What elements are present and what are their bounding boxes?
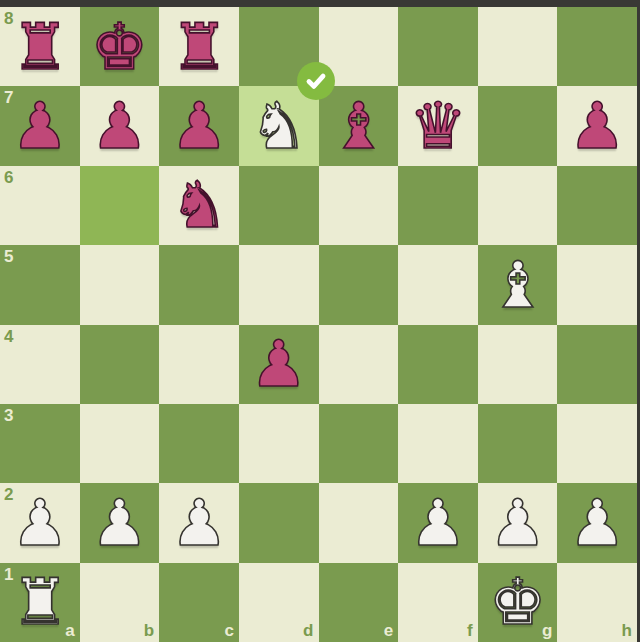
square-f2[interactable]: ♟ (398, 483, 478, 562)
square-e4[interactable] (319, 325, 399, 404)
square-c1[interactable]: c (159, 563, 239, 642)
square-h8[interactable] (557, 7, 637, 86)
square-f6[interactable] (398, 166, 478, 245)
square-b1[interactable]: b (80, 563, 160, 642)
square-g2[interactable]: ♟ (478, 483, 558, 562)
square-h3[interactable] (557, 404, 637, 483)
file-label-d: d (303, 622, 313, 639)
file-label-f: f (467, 622, 473, 639)
file-label-c: c (224, 622, 233, 639)
piece-black-rook[interactable]: ♜ (170, 15, 227, 79)
square-h1[interactable]: h (557, 563, 637, 642)
square-h6[interactable] (557, 166, 637, 245)
square-d3[interactable] (239, 404, 319, 483)
square-c4[interactable] (159, 325, 239, 404)
piece-white-pawn[interactable]: ♟ (170, 491, 227, 555)
square-d2[interactable] (239, 483, 319, 562)
piece-black-king[interactable]: ♚ (91, 15, 148, 79)
piece-black-knight[interactable]: ♞ (170, 173, 227, 237)
square-f7[interactable]: ♛ (398, 86, 478, 165)
piece-white-knight[interactable]: ♞ (250, 94, 307, 158)
piece-white-pawn[interactable]: ♟ (409, 491, 466, 555)
square-g8[interactable] (478, 7, 558, 86)
square-h5[interactable] (557, 245, 637, 324)
square-f5[interactable] (398, 245, 478, 324)
piece-white-pawn[interactable]: ♟ (569, 491, 626, 555)
square-b3[interactable] (80, 404, 160, 483)
rank-label-4: 4 (4, 328, 13, 345)
square-a1[interactable]: 1a♜ (0, 563, 80, 642)
chess-app-window: { "game": "chess", "position": { "fen": … (0, 0, 640, 642)
square-c2[interactable]: ♟ (159, 483, 239, 562)
square-e7[interactable]: ♝ (319, 86, 399, 165)
square-d6[interactable] (239, 166, 319, 245)
square-e2[interactable] (319, 483, 399, 562)
rank-label-3: 3 (4, 407, 13, 424)
rank-label-5: 5 (4, 248, 13, 265)
square-c5[interactable] (159, 245, 239, 324)
square-e6[interactable] (319, 166, 399, 245)
chess-board: 8♜♚♜7♟♟♟♞♝♛♟6♞5♝4♟32♟♟♟♟♟♟1a♜bcdefg♚h (0, 7, 637, 642)
square-e5[interactable] (319, 245, 399, 324)
square-d4[interactable]: ♟ (239, 325, 319, 404)
square-g4[interactable] (478, 325, 558, 404)
square-f8[interactable] (398, 7, 478, 86)
square-h2[interactable]: ♟ (557, 483, 637, 562)
square-b2[interactable]: ♟ (80, 483, 160, 562)
square-b6[interactable] (80, 166, 160, 245)
square-c7[interactable]: ♟ (159, 86, 239, 165)
piece-white-king[interactable]: ♚ (489, 570, 546, 634)
piece-black-bishop[interactable]: ♝ (330, 94, 387, 158)
square-c3[interactable] (159, 404, 239, 483)
piece-white-rook[interactable]: ♜ (11, 570, 68, 634)
square-h4[interactable] (557, 325, 637, 404)
square-a8[interactable]: 8♜ (0, 7, 80, 86)
piece-white-pawn[interactable]: ♟ (91, 491, 148, 555)
file-label-e: e (384, 622, 393, 639)
square-g7[interactable] (478, 86, 558, 165)
piece-black-pawn[interactable]: ♟ (170, 94, 227, 158)
piece-black-pawn[interactable]: ♟ (11, 94, 68, 158)
piece-black-pawn[interactable]: ♟ (250, 332, 307, 396)
square-b4[interactable] (80, 325, 160, 404)
piece-black-queen[interactable]: ♛ (409, 94, 466, 158)
square-b8[interactable]: ♚ (80, 7, 160, 86)
correct-move-checkmark-icon (297, 62, 335, 100)
square-a4[interactable]: 4 (0, 325, 80, 404)
square-a3[interactable]: 3 (0, 404, 80, 483)
piece-white-pawn[interactable]: ♟ (489, 491, 546, 555)
square-g1[interactable]: g♚ (478, 563, 558, 642)
square-f3[interactable] (398, 404, 478, 483)
piece-black-pawn[interactable]: ♟ (91, 94, 148, 158)
square-b5[interactable] (80, 245, 160, 324)
piece-black-pawn[interactable]: ♟ (569, 94, 626, 158)
square-d1[interactable]: d (239, 563, 319, 642)
square-c6[interactable]: ♞ (159, 166, 239, 245)
square-a7[interactable]: 7♟ (0, 86, 80, 165)
square-e3[interactable] (319, 404, 399, 483)
square-d7[interactable]: ♞ (239, 86, 319, 165)
square-g5[interactable]: ♝ (478, 245, 558, 324)
square-b7[interactable]: ♟ (80, 86, 160, 165)
file-label-h: h (622, 622, 632, 639)
square-e1[interactable]: e (319, 563, 399, 642)
square-g3[interactable] (478, 404, 558, 483)
square-a5[interactable]: 5 (0, 245, 80, 324)
square-f1[interactable]: f (398, 563, 478, 642)
square-f4[interactable] (398, 325, 478, 404)
square-c8[interactable]: ♜ (159, 7, 239, 86)
rank-label-6: 6 (4, 169, 13, 186)
checkmark-glyph (303, 68, 329, 94)
square-d5[interactable] (239, 245, 319, 324)
piece-black-rook[interactable]: ♜ (11, 15, 68, 79)
piece-white-pawn[interactable]: ♟ (11, 491, 68, 555)
square-a6[interactable]: 6 (0, 166, 80, 245)
square-h7[interactable]: ♟ (557, 86, 637, 165)
square-a2[interactable]: 2♟ (0, 483, 80, 562)
piece-white-bishop[interactable]: ♝ (489, 253, 546, 317)
file-label-b: b (144, 622, 154, 639)
square-g6[interactable] (478, 166, 558, 245)
